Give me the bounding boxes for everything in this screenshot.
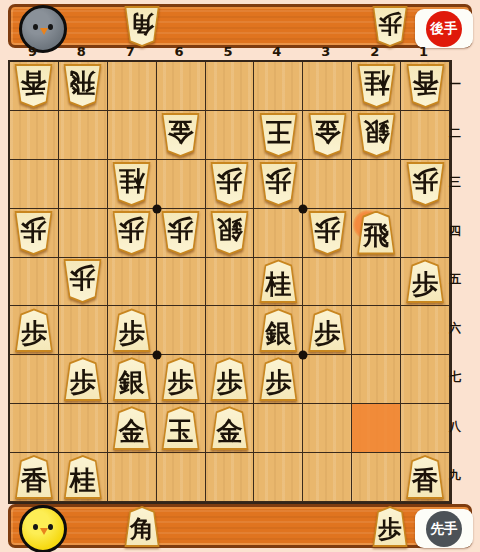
board-cell-2三[interactable]: [352, 160, 401, 209]
piece-kanji: 銀: [265, 320, 291, 346]
shogi-piece-飛-gote: 飛: [62, 64, 103, 108]
board-cell-8五[interactable]: 歩: [59, 258, 108, 307]
board-cell-7八[interactable]: 金: [108, 404, 157, 453]
board-cell-8二[interactable]: [59, 111, 108, 160]
board-cell-9七[interactable]: [10, 355, 59, 404]
piece-kanji: 歩: [412, 271, 438, 297]
shogi-piece-角-sente[interactable]: 角: [123, 506, 161, 547]
board-cell-4六[interactable]: 銀: [254, 306, 303, 355]
board-cell-3一[interactable]: [303, 62, 352, 111]
shogi-piece-歩-sente: 歩: [13, 308, 54, 352]
board-cell-7六[interactable]: 歩: [108, 306, 157, 355]
shogi-piece-銀-sente: 銀: [258, 308, 299, 352]
piece-kanji: 桂: [265, 271, 291, 297]
board-cell-6六[interactable]: [157, 306, 206, 355]
board-cell-6一[interactable]: [157, 62, 206, 111]
piece-kanji: 王: [265, 119, 291, 145]
shogi-piece-銀-gote: 銀: [209, 211, 250, 255]
board-cell-6二[interactable]: 金: [157, 111, 206, 160]
piece-kanji: 金: [314, 119, 340, 145]
piece-kanji: 歩: [378, 517, 402, 541]
shogi-piece-歩-gote: 歩: [258, 162, 299, 206]
board-cell-5八[interactable]: 金: [206, 404, 255, 453]
piece-kanji: 桂: [363, 70, 389, 96]
piece-kanji: 歩: [119, 217, 145, 243]
board-cell-1八[interactable]: [401, 404, 450, 453]
board-cell-5四[interactable]: 銀: [206, 209, 255, 258]
board-cell-7一[interactable]: [108, 62, 157, 111]
piece-kanji: 歩: [314, 320, 340, 346]
app-root: 角歩 後手 987654321 香飛桂香金王金銀桂歩歩歩歩歩歩銀歩飛歩桂歩歩歩銀…: [0, 0, 480, 552]
shogi-piece-歩-gote: 歩: [209, 162, 250, 206]
board-cell-1六[interactable]: [401, 306, 450, 355]
board-cell-2八[interactable]: [352, 404, 401, 453]
rank-label-七: 七: [449, 353, 473, 402]
board-cell-5七[interactable]: 歩: [206, 355, 255, 404]
piece-kanji: 金: [119, 418, 145, 444]
file-label-6: 6: [155, 45, 204, 59]
board-cell-4一[interactable]: [254, 62, 303, 111]
piece-kanji: 歩: [70, 266, 96, 292]
shogi-piece-歩-gote: 歩: [307, 211, 348, 255]
piece-kanji: 歩: [168, 217, 194, 243]
board-grid: 香飛桂香金王金銀桂歩歩歩歩歩歩銀歩飛歩桂歩歩歩銀歩歩銀歩歩歩金玉金香桂香: [10, 62, 450, 502]
board-cell-9六[interactable]: 歩: [10, 306, 59, 355]
board-cell-8九[interactable]: 桂: [59, 453, 108, 502]
board-cell-7三[interactable]: 桂: [108, 160, 157, 209]
piece-kanji: 香: [21, 467, 47, 493]
board-cell-6八[interactable]: 玉: [157, 404, 206, 453]
shogi-piece-金-sente: 金: [111, 406, 152, 450]
piece-kanji: 飛: [363, 222, 389, 248]
board-cell-5一[interactable]: [206, 62, 255, 111]
piece-kanji: 桂: [119, 168, 145, 194]
board-cell-1四[interactable]: [401, 209, 450, 258]
board-cell-3五[interactable]: [303, 258, 352, 307]
board-cell-2二[interactable]: 銀: [352, 111, 401, 160]
piece-kanji: 香: [412, 467, 438, 493]
sente-hand-piece-角[interactable]: 角: [123, 506, 161, 547]
shogi-piece-歩-gote: 歩: [111, 211, 152, 255]
piece-kanji: 歩: [412, 168, 438, 194]
shogi-piece-歩-sente: 歩: [307, 308, 348, 352]
gote-badge-label: 後手: [426, 11, 462, 47]
shogi-piece-歩-sente: 歩: [405, 259, 446, 303]
piece-kanji: 歩: [168, 369, 194, 395]
board-cell-5六[interactable]: [206, 306, 255, 355]
board-cell-1二[interactable]: [401, 111, 450, 160]
piece-kanji: 香: [412, 70, 438, 96]
board-cell-3二[interactable]: 金: [303, 111, 352, 160]
board-cell-9三[interactable]: [10, 160, 59, 209]
shogi-piece-王-gote: 王: [258, 113, 299, 157]
board-cell-3三[interactable]: [303, 160, 352, 209]
board-cell-3九[interactable]: [303, 453, 352, 502]
shogi-piece-歩-gote: 歩: [13, 211, 54, 255]
board-cell-6三[interactable]: [157, 160, 206, 209]
piece-kanji: 歩: [119, 320, 145, 346]
board-cell-9四[interactable]: 歩: [10, 209, 59, 258]
shogi-piece-歩-sente[interactable]: 歩: [371, 506, 409, 547]
file-label-8: 8: [57, 45, 106, 59]
piece-kanji: 歩: [21, 320, 47, 346]
rank-label-九: 九: [449, 451, 473, 500]
board-cell-5二[interactable]: [206, 111, 255, 160]
file-label-1: 1: [399, 45, 448, 59]
board-cell-7七[interactable]: 銀: [108, 355, 157, 404]
board-cell-2四[interactable]: 飛: [352, 209, 401, 258]
bottom-player-bar: 角歩 先手: [8, 504, 472, 548]
board-cell-3六[interactable]: 歩: [303, 306, 352, 355]
piece-kanji: 歩: [216, 168, 242, 194]
shogi-piece-玉-sente: 玉: [160, 406, 201, 450]
shogi-piece-飛-sente: 飛: [356, 211, 397, 255]
shogi-piece-香-gote: 香: [13, 64, 54, 108]
piece-kanji: 銀: [363, 119, 389, 145]
board-cell-4八[interactable]: [254, 404, 303, 453]
gote-hand-piece-歩[interactable]: 歩: [371, 6, 409, 47]
file-label-9: 9: [8, 45, 57, 59]
board-cell-7五[interactable]: [108, 258, 157, 307]
shogi-piece-桂-sente: 桂: [62, 455, 103, 499]
shogi-piece-銀-sente: 銀: [111, 357, 152, 401]
shogi-piece-金-gote: 金: [160, 113, 201, 157]
piece-kanji: 香: [21, 70, 47, 96]
board-cell-8三[interactable]: [59, 160, 108, 209]
board-cell-4五[interactable]: 桂: [254, 258, 303, 307]
star-point-icon: [152, 204, 161, 213]
board-cell-1七[interactable]: [401, 355, 450, 404]
file-label-5: 5: [204, 45, 253, 59]
board-cell-4三[interactable]: 歩: [254, 160, 303, 209]
piece-kanji: 歩: [21, 217, 47, 243]
avatar-beak-icon: [40, 528, 48, 535]
board-cell-1九[interactable]: 香: [401, 453, 450, 502]
board-cell-1三[interactable]: 歩: [401, 160, 450, 209]
piece-kanji: 歩: [216, 369, 242, 395]
board-cell-5五[interactable]: [206, 258, 255, 307]
rank-label-四: 四: [449, 207, 473, 256]
shogi-piece-銀-gote: 銀: [356, 113, 397, 157]
piece-kanji: 金: [168, 119, 194, 145]
board-cell-4七[interactable]: 歩: [254, 355, 303, 404]
avatar-eye-icon: [48, 524, 53, 530]
shogi-piece-香-sente: 香: [405, 455, 446, 499]
piece-kanji: 歩: [314, 217, 340, 243]
file-label-4: 4: [252, 45, 301, 59]
shogi-board: 香飛桂香金王金銀桂歩歩歩歩歩歩銀歩飛歩桂歩歩歩銀歩歩銀歩歩歩金玉金香桂香: [8, 60, 452, 504]
piece-kanji: 金: [216, 418, 242, 444]
board-cell-8八[interactable]: [59, 404, 108, 453]
piece-kanji: 歩: [265, 369, 291, 395]
shogi-piece-桂-gote: 桂: [356, 64, 397, 108]
board-cell-3七[interactable]: [303, 355, 352, 404]
board-cell-2五[interactable]: [352, 258, 401, 307]
board-cell-2七[interactable]: [352, 355, 401, 404]
shogi-piece-香-sente: 香: [13, 455, 54, 499]
board-cell-8七[interactable]: 歩: [59, 355, 108, 404]
shogi-piece-歩-sente: 歩: [209, 357, 250, 401]
board-cell-8六[interactable]: [59, 306, 108, 355]
sente-hand-piece-歩[interactable]: 歩: [371, 506, 409, 547]
avatar-eye-icon: [48, 24, 53, 30]
rank-label-三: 三: [449, 158, 473, 207]
shogi-piece-歩-gote[interactable]: 歩: [371, 6, 409, 47]
board-cell-6七[interactable]: 歩: [157, 355, 206, 404]
board-cell-5九[interactable]: [206, 453, 255, 502]
board-cell-9八[interactable]: [10, 404, 59, 453]
piece-kanji: 銀: [216, 217, 242, 243]
gote-hand-piece-角[interactable]: 角: [123, 6, 161, 47]
file-label-3: 3: [301, 45, 350, 59]
file-label-2: 2: [350, 45, 399, 59]
board-cell-5三[interactable]: 歩: [206, 160, 255, 209]
board-cell-4二[interactable]: 王: [254, 111, 303, 160]
shogi-piece-角-gote[interactable]: 角: [123, 6, 161, 47]
shogi-piece-歩-sente: 歩: [111, 308, 152, 352]
board-cell-2六[interactable]: [352, 306, 401, 355]
piece-kanji: 銀: [119, 369, 145, 395]
piece-kanji: 歩: [265, 168, 291, 194]
board-cell-7二[interactable]: [108, 111, 157, 160]
shogi-piece-歩-sente: 歩: [160, 357, 201, 401]
avatar-eye-icon: [33, 524, 38, 530]
board-cell-2九[interactable]: [352, 453, 401, 502]
sente-avatar-icon[interactable]: [19, 505, 67, 552]
board-cell-3四[interactable]: 歩: [303, 209, 352, 258]
shogi-piece-桂-gote: 桂: [111, 162, 152, 206]
board-cell-3八[interactable]: [303, 404, 352, 453]
shogi-piece-歩-gote: 歩: [160, 211, 201, 255]
shogi-piece-桂-sente: 桂: [258, 259, 299, 303]
avatar-eye-icon: [33, 24, 38, 30]
piece-kanji: 玉: [168, 418, 194, 444]
board-cell-7四[interactable]: 歩: [108, 209, 157, 258]
piece-kanji: 歩: [378, 13, 402, 37]
board-cell-1一[interactable]: 香: [401, 62, 450, 111]
shogi-piece-歩-sente: 歩: [62, 357, 103, 401]
shogi-piece-香-gote: 香: [405, 64, 446, 108]
board-cell-4四[interactable]: [254, 209, 303, 258]
board-cell-2一[interactable]: 桂: [352, 62, 401, 111]
avatar-beak-icon: [40, 28, 48, 35]
sente-badge: 先手: [415, 509, 473, 548]
file-label-7: 7: [106, 45, 155, 59]
board-cell-9五[interactable]: [10, 258, 59, 307]
board-cell-6五[interactable]: [157, 258, 206, 307]
board-cell-8一[interactable]: 飛: [59, 62, 108, 111]
piece-kanji: 桂: [70, 467, 96, 493]
shogi-piece-金-sente: 金: [209, 406, 250, 450]
gote-badge: 後手: [415, 9, 473, 48]
board-cell-7九[interactable]: [108, 453, 157, 502]
shogi-piece-歩-sente: 歩: [258, 357, 299, 401]
star-point-icon: [299, 351, 308, 360]
rank-label-五: 五: [449, 256, 473, 305]
shogi-piece-金-gote: 金: [307, 113, 348, 157]
piece-kanji: 角: [130, 13, 154, 37]
rank-label-二: 二: [449, 109, 473, 158]
rank-label-一: 一: [449, 60, 473, 109]
board-cell-4九[interactable]: [254, 453, 303, 502]
board-cell-9二[interactable]: [10, 111, 59, 160]
star-point-icon: [299, 204, 308, 213]
board-cell-9一[interactable]: 香: [10, 62, 59, 111]
board-cell-1五[interactable]: 歩: [401, 258, 450, 307]
top-player-bar: 角歩 後手: [8, 4, 472, 48]
board-cell-6四[interactable]: 歩: [157, 209, 206, 258]
board-cell-6九[interactable]: [157, 453, 206, 502]
rank-label-六: 六: [449, 304, 473, 353]
board-cell-9九[interactable]: 香: [10, 453, 59, 502]
shogi-piece-歩-gote: 歩: [405, 162, 446, 206]
rank-label-八: 八: [449, 402, 473, 451]
shogi-piece-歩-gote: 歩: [62, 259, 103, 303]
sente-badge-label: 先手: [426, 511, 462, 547]
rank-labels: 一二三四五六七八九: [449, 60, 473, 500]
piece-kanji: 歩: [70, 369, 96, 395]
star-point-icon: [152, 351, 161, 360]
piece-kanji: 飛: [70, 70, 96, 96]
piece-kanji: 角: [130, 517, 154, 541]
file-labels: 987654321: [8, 45, 448, 59]
board-cell-8四[interactable]: [59, 209, 108, 258]
